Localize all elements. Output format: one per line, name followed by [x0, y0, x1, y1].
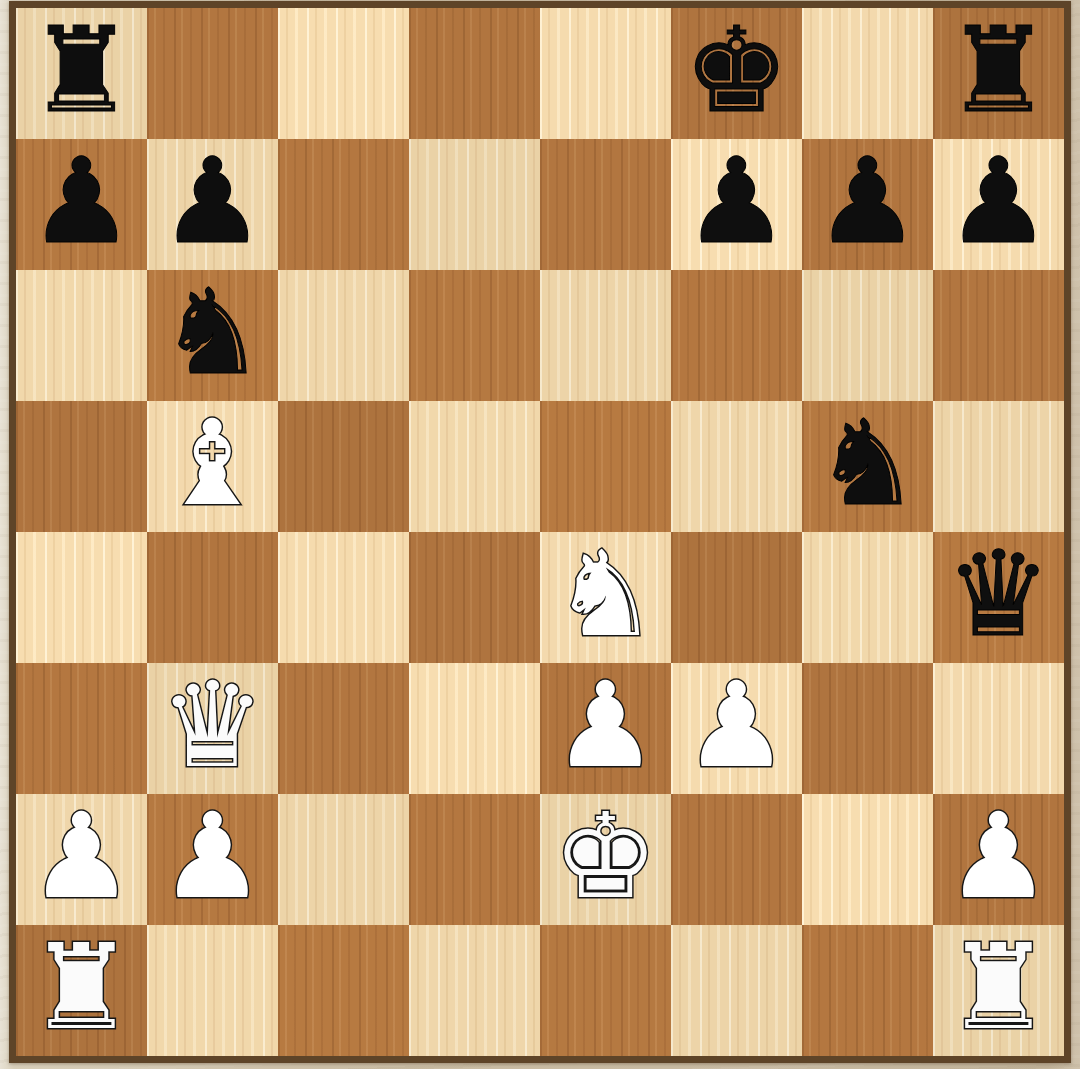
square-d3[interactable] — [409, 663, 540, 794]
piece-black-king-f8[interactable]: ♚ — [684, 11, 790, 129]
square-a4[interactable] — [16, 532, 147, 663]
square-b7[interactable]: ♟ — [147, 139, 278, 270]
square-c1[interactable] — [278, 925, 409, 1056]
square-e4[interactable]: ♞ — [540, 532, 671, 663]
piece-black-queen-h4[interactable]: ♛ — [946, 535, 1052, 653]
square-c6[interactable] — [278, 270, 409, 401]
square-f1[interactable] — [671, 925, 802, 1056]
piece-black-rook-h8[interactable]: ♜ — [946, 11, 1052, 129]
square-d2[interactable] — [409, 794, 540, 925]
square-g8[interactable] — [802, 8, 933, 139]
square-h2[interactable]: ♟ — [933, 794, 1064, 925]
square-c7[interactable] — [278, 139, 409, 270]
piece-white-king-e2[interactable]: ♚ — [553, 797, 659, 915]
piece-black-rook-a8[interactable]: ♜ — [29, 11, 135, 129]
piece-white-knight-e4[interactable]: ♞ — [553, 535, 659, 653]
piece-black-pawn-b7[interactable]: ♟ — [160, 142, 266, 260]
square-d4[interactable] — [409, 532, 540, 663]
piece-black-pawn-a7[interactable]: ♟ — [29, 142, 135, 260]
square-a7[interactable]: ♟ — [16, 139, 147, 270]
square-b6[interactable]: ♞ — [147, 270, 278, 401]
square-g2[interactable] — [802, 794, 933, 925]
square-b3[interactable]: ♛ — [147, 663, 278, 794]
piece-white-pawn-f3[interactable]: ♟ — [684, 666, 790, 784]
square-d6[interactable] — [409, 270, 540, 401]
piece-white-pawn-e3[interactable]: ♟ — [553, 666, 659, 784]
square-g7[interactable]: ♟ — [802, 139, 933, 270]
square-d1[interactable] — [409, 925, 540, 1056]
square-f8[interactable]: ♚ — [671, 8, 802, 139]
square-c3[interactable] — [278, 663, 409, 794]
piece-black-pawn-f7[interactable]: ♟ — [684, 142, 790, 260]
piece-white-bishop-b5[interactable]: ♝ — [160, 404, 266, 522]
square-a6[interactable] — [16, 270, 147, 401]
square-h5[interactable] — [933, 401, 1064, 532]
square-h3[interactable] — [933, 663, 1064, 794]
chess-board: ♜♚♜♟♟♟♟♟♞♝♞♞♛♛♟♟♟♟♚♟♜♜ — [9, 1, 1071, 1063]
piece-white-pawn-h2[interactable]: ♟ — [946, 797, 1052, 915]
square-h4[interactable]: ♛ — [933, 532, 1064, 663]
square-e8[interactable] — [540, 8, 671, 139]
square-h7[interactable]: ♟ — [933, 139, 1064, 270]
square-e3[interactable]: ♟ — [540, 663, 671, 794]
piece-white-pawn-a2[interactable]: ♟ — [29, 797, 135, 915]
square-d8[interactable] — [409, 8, 540, 139]
square-f3[interactable]: ♟ — [671, 663, 802, 794]
square-a2[interactable]: ♟ — [16, 794, 147, 925]
square-f5[interactable] — [671, 401, 802, 532]
square-b1[interactable] — [147, 925, 278, 1056]
square-b5[interactable]: ♝ — [147, 401, 278, 532]
board-grid: ♜♚♜♟♟♟♟♟♞♝♞♞♛♛♟♟♟♟♚♟♜♜ — [16, 8, 1064, 1056]
square-d5[interactable] — [409, 401, 540, 532]
square-c2[interactable] — [278, 794, 409, 925]
piece-black-knight-g5[interactable]: ♞ — [815, 404, 921, 522]
piece-black-knight-b6[interactable]: ♞ — [160, 273, 266, 391]
square-a3[interactable] — [16, 663, 147, 794]
square-e7[interactable] — [540, 139, 671, 270]
square-f2[interactable] — [671, 794, 802, 925]
piece-white-rook-h1[interactable]: ♜ — [946, 928, 1052, 1046]
square-e1[interactable] — [540, 925, 671, 1056]
square-a5[interactable] — [16, 401, 147, 532]
piece-white-pawn-b2[interactable]: ♟ — [160, 797, 266, 915]
square-g5[interactable]: ♞ — [802, 401, 933, 532]
square-e2[interactable]: ♚ — [540, 794, 671, 925]
square-g6[interactable] — [802, 270, 933, 401]
square-h8[interactable]: ♜ — [933, 8, 1064, 139]
square-g4[interactable] — [802, 532, 933, 663]
piece-black-pawn-h7[interactable]: ♟ — [946, 142, 1052, 260]
square-f7[interactable]: ♟ — [671, 139, 802, 270]
square-e6[interactable] — [540, 270, 671, 401]
square-c5[interactable] — [278, 401, 409, 532]
piece-black-pawn-g7[interactable]: ♟ — [815, 142, 921, 260]
piece-white-queen-b3[interactable]: ♛ — [160, 666, 266, 784]
square-c4[interactable] — [278, 532, 409, 663]
page-background: { "game": "chess", "position": "r4k1r/pp… — [0, 0, 1080, 1069]
piece-white-rook-a1[interactable]: ♜ — [29, 928, 135, 1046]
square-c8[interactable] — [278, 8, 409, 139]
square-b2[interactable]: ♟ — [147, 794, 278, 925]
square-h1[interactable]: ♜ — [933, 925, 1064, 1056]
square-f6[interactable] — [671, 270, 802, 401]
square-g3[interactable] — [802, 663, 933, 794]
square-a8[interactable]: ♜ — [16, 8, 147, 139]
square-f4[interactable] — [671, 532, 802, 663]
square-a1[interactable]: ♜ — [16, 925, 147, 1056]
square-h6[interactable] — [933, 270, 1064, 401]
square-b8[interactable] — [147, 8, 278, 139]
square-d7[interactable] — [409, 139, 540, 270]
square-g1[interactable] — [802, 925, 933, 1056]
square-e5[interactable] — [540, 401, 671, 532]
square-b4[interactable] — [147, 532, 278, 663]
